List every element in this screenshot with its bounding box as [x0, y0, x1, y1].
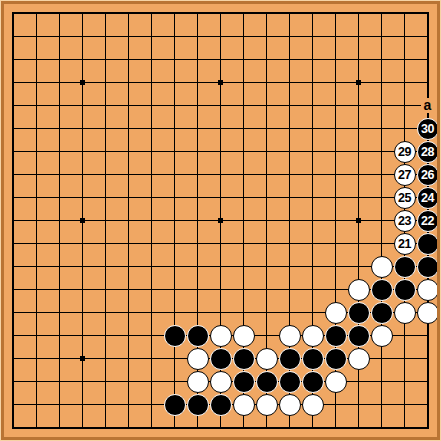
go-stone-black: [348, 302, 370, 324]
go-stone-white: [187, 371, 209, 393]
go-stone-black-move-22: 22: [417, 210, 439, 232]
go-stone-black: [325, 348, 347, 370]
point-label-a: a: [421, 98, 435, 113]
go-stone-black: [348, 325, 370, 347]
go-stone-white-move-29: 29: [394, 141, 416, 163]
go-stone-black: [187, 325, 209, 347]
go-stone-white: [187, 348, 209, 370]
go-stone-white: [325, 371, 347, 393]
star-point: [218, 80, 223, 85]
go-stone-white: [256, 394, 278, 416]
go-board: 30292827262524232221a: [4, 4, 437, 437]
go-stone-black-move-30: 30: [417, 118, 439, 140]
go-stone-white: [279, 325, 301, 347]
go-stone-black: [302, 348, 324, 370]
go-stone-white: [371, 325, 393, 347]
go-stone-white-move-25: 25: [394, 187, 416, 209]
go-stone-black: [164, 394, 186, 416]
go-stone-white-move-21: 21: [394, 233, 416, 255]
stones-grid: 30292827262524232221a: [2, 2, 439, 439]
star-point: [80, 356, 85, 361]
go-stone-white: [417, 279, 439, 301]
go-stone-white: [371, 256, 393, 278]
go-stone-black: [256, 371, 278, 393]
star-point: [356, 80, 361, 85]
go-stone-white: [233, 394, 255, 416]
go-stone-black: [164, 325, 186, 347]
go-stone-white: [279, 394, 301, 416]
go-stone-black: [233, 348, 255, 370]
star-point: [80, 80, 85, 85]
go-stone-black: [210, 394, 232, 416]
go-stone-white: [233, 325, 255, 347]
go-stone-black: [210, 348, 232, 370]
board-frame-inner: 30292827262524232221a: [1, 1, 440, 440]
star-point: [218, 218, 223, 223]
go-stone-white: [348, 348, 370, 370]
board-frame: 30292827262524232221a: [0, 0, 441, 441]
go-stone-black: [279, 348, 301, 370]
star-point: [80, 218, 85, 223]
go-stone-white: [210, 325, 232, 347]
go-stone-white: [302, 325, 324, 347]
go-stone-black-move-28: 28: [417, 141, 439, 163]
go-stone-black: [394, 279, 416, 301]
go-stone-black: [371, 279, 393, 301]
go-stone-white-move-23: 23: [394, 210, 416, 232]
go-stone-black: [417, 256, 439, 278]
go-stone-black: [394, 256, 416, 278]
go-stone-white: [302, 394, 324, 416]
go-stone-black: [233, 371, 255, 393]
go-stone-black: [187, 394, 209, 416]
go-stone-white: [394, 302, 416, 324]
go-stone-white: [256, 348, 278, 370]
go-stone-black: [302, 371, 324, 393]
go-stone-black: [325, 325, 347, 347]
go-stone-black-move-26: 26: [417, 164, 439, 186]
star-point: [356, 218, 361, 223]
go-stone-white-move-27: 27: [394, 164, 416, 186]
go-stone-white: [348, 279, 370, 301]
go-stone-black: [417, 233, 439, 255]
go-stone-black: [279, 371, 301, 393]
go-stone-white: [325, 302, 347, 324]
go-stone-white: [210, 371, 232, 393]
go-stone-white: [417, 302, 439, 324]
go-stone-black: [371, 302, 393, 324]
go-stone-black-move-24: 24: [417, 187, 439, 209]
